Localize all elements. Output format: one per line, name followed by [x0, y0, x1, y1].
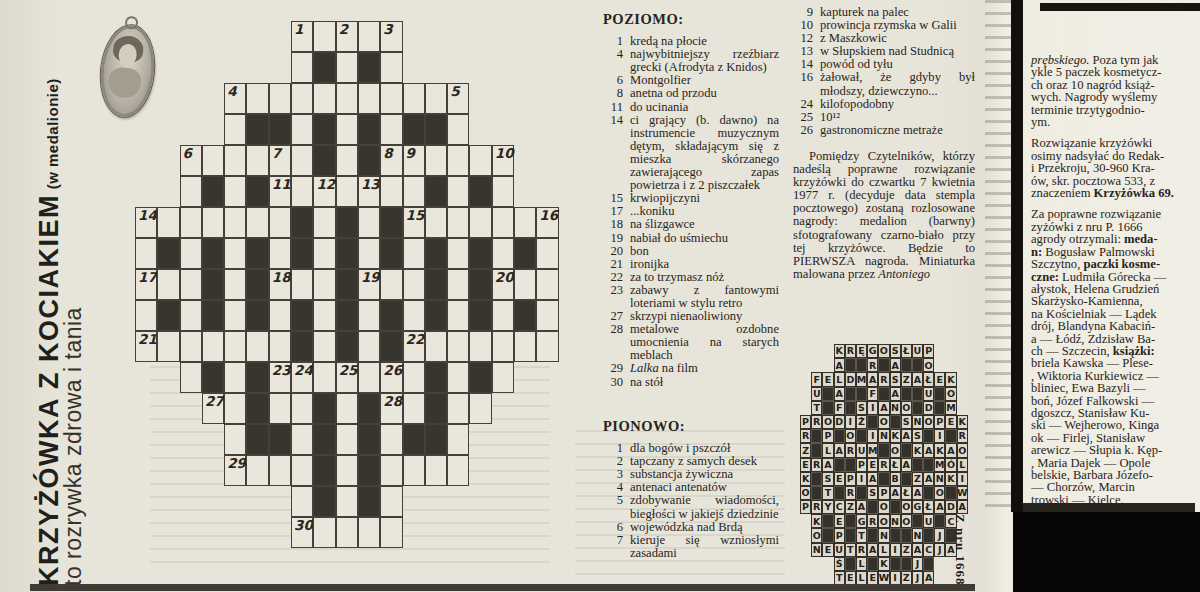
- clue-item-text: w Słupskiem nad Studnicą: [820, 44, 954, 58]
- grid-cell[interactable]: [403, 176, 425, 207]
- solution-caption: Z nru 1668: [952, 514, 968, 585]
- solution-letter-cell: T: [856, 528, 867, 542]
- grid-cell[interactable]: 25: [336, 362, 358, 393]
- solution-letter-cell: T: [822, 486, 833, 500]
- grid-cell[interactable]: [269, 207, 291, 238]
- grid-cell[interactable]: [358, 517, 380, 548]
- grid-cell[interactable]: [291, 393, 313, 424]
- grid-cell[interactable]: [536, 269, 558, 300]
- solution-letter-cell: K: [811, 514, 822, 528]
- clue-item-text: kilofopodobny: [820, 97, 894, 111]
- clue-item-text: bon: [630, 244, 649, 258]
- grid-void: [157, 424, 179, 455]
- grid-cell[interactable]: 9: [403, 145, 425, 176]
- grid-cell[interactable]: 11: [269, 176, 291, 207]
- grid-cell[interactable]: [403, 300, 425, 331]
- grid-cell[interactable]: 27: [202, 393, 224, 424]
- grid-cell[interactable]: [224, 424, 246, 455]
- grid-cell[interactable]: 17: [135, 269, 157, 300]
- grid-cell[interactable]: [514, 269, 536, 300]
- winners-text-line: terminie trzytygodnio-: [1031, 104, 1195, 116]
- grid-cell[interactable]: [336, 517, 358, 548]
- grid-cell[interactable]: 21: [135, 331, 157, 362]
- grid-cell[interactable]: 6: [180, 145, 202, 176]
- clue-number: 18: [272, 270, 291, 285]
- grid-cell[interactable]: [447, 331, 469, 362]
- grid-void: [447, 486, 469, 517]
- grid-cell[interactable]: [224, 238, 246, 269]
- grid-cell[interactable]: [336, 486, 358, 517]
- solution-letter-cell: D: [834, 415, 845, 429]
- grid-cell[interactable]: 19: [358, 269, 380, 300]
- grid-cell[interactable]: [447, 145, 469, 176]
- grid-cell[interactable]: 15: [403, 207, 425, 238]
- down-clue-list: 1dla bogów i pszczół2tapczany z samych d…: [603, 442, 779, 560]
- grid-cell[interactable]: [358, 207, 380, 238]
- grid-cell[interactable]: [291, 424, 313, 455]
- grid-cell[interactable]: [336, 424, 358, 455]
- grid-cell[interactable]: [291, 269, 313, 300]
- solution-block-cell: [890, 415, 901, 429]
- solution-letter-cell: A: [890, 486, 901, 500]
- grid-cell[interactable]: [380, 517, 402, 548]
- solution-block-cell: [878, 387, 889, 401]
- grid-cell[interactable]: [313, 269, 335, 300]
- grid-cell[interactable]: [425, 455, 447, 486]
- grid-void: [135, 362, 157, 393]
- grid-cell[interactable]: [492, 207, 514, 238]
- grid-cell[interactable]: [536, 300, 558, 331]
- clue-item-text: dla bogów i pszczół: [630, 441, 730, 455]
- grid-cell[interactable]: 16: [536, 207, 558, 238]
- grid-void: [469, 455, 491, 486]
- grid-cell[interactable]: [492, 331, 514, 362]
- grid-cell[interactable]: 28: [380, 393, 402, 424]
- block-cell: [514, 300, 536, 331]
- grid-cell[interactable]: [447, 300, 469, 331]
- grid-cell[interactable]: [313, 207, 335, 238]
- grid-cell[interactable]: [425, 207, 447, 238]
- solution-letter-cell: R: [856, 543, 867, 557]
- solution-letter-cell: D: [923, 401, 934, 415]
- block-cell: [469, 300, 491, 331]
- grid-cell[interactable]: 1: [291, 21, 313, 52]
- grid-void: [800, 401, 811, 415]
- grid-cell[interactable]: [336, 145, 358, 176]
- grid-void: [157, 455, 179, 486]
- grid-void: [469, 21, 491, 52]
- grid-cell[interactable]: [514, 207, 536, 238]
- grid-cell[interactable]: [291, 52, 313, 83]
- clue-item: 5zdobywanie wiadomości, biegłości w jaki…: [603, 494, 779, 520]
- grid-cell[interactable]: [469, 393, 491, 424]
- clue-number: 21: [138, 332, 157, 347]
- grid-cell[interactable]: [403, 238, 425, 269]
- solution-letter-cell: D: [845, 372, 856, 386]
- grid-cell[interactable]: [336, 455, 358, 486]
- grid-cell[interactable]: [246, 331, 268, 362]
- grid-cell[interactable]: [447, 269, 469, 300]
- grid-cell[interactable]: [246, 455, 268, 486]
- grid-cell[interactable]: 13: [358, 176, 380, 207]
- grid-cell[interactable]: 22: [403, 331, 425, 362]
- solution-letter-cell: A: [834, 387, 845, 401]
- grid-cell[interactable]: [246, 145, 268, 176]
- block-cell: [313, 393, 335, 424]
- grid-cell[interactable]: [336, 393, 358, 424]
- solution-letter-cell: Z: [845, 500, 856, 514]
- solution-letter-cell: A: [822, 458, 833, 472]
- clue-item-number: 30: [603, 376, 623, 389]
- block-cell: [469, 362, 491, 393]
- grid-void: [514, 21, 536, 52]
- grid-void: [811, 358, 822, 372]
- solution-letter-cell: R: [811, 415, 822, 429]
- black-corner-block: [1013, 512, 1200, 592]
- solution-letter-cell: Z: [901, 372, 912, 386]
- block-cell: [246, 300, 268, 331]
- clue-number: 27: [205, 394, 224, 409]
- grid-cell[interactable]: [224, 176, 246, 207]
- grid-cell[interactable]: [469, 145, 491, 176]
- grid-cell[interactable]: [291, 114, 313, 145]
- grid-cell[interactable]: [358, 331, 380, 362]
- grid-cell[interactable]: [157, 269, 179, 300]
- block-cell: [246, 269, 268, 300]
- grid-cell[interactable]: [313, 300, 335, 331]
- winners-column: prębskiego. Poza tym jakykle 5 paczek ko…: [1031, 54, 1195, 506]
- cut-column-sliver: [985, 0, 1011, 510]
- grid-void: [180, 486, 202, 517]
- grid-cell[interactable]: [403, 393, 425, 424]
- grid-cell[interactable]: [313, 21, 335, 52]
- grid-void: [202, 424, 224, 455]
- solution-letter-cell: S: [867, 486, 878, 500]
- grid-cell[interactable]: [403, 269, 425, 300]
- solution-letter-cell: P: [856, 458, 867, 472]
- block-cell: [469, 176, 491, 207]
- grid-cell[interactable]: [536, 331, 558, 362]
- grid-cell[interactable]: [336, 114, 358, 145]
- clue-number: 14: [138, 208, 157, 223]
- solution-letter-cell: L: [856, 557, 867, 571]
- grid-cell[interactable]: [380, 455, 402, 486]
- grid-cell[interactable]: 8: [380, 145, 402, 176]
- grid-cell[interactable]: 3: [380, 21, 402, 52]
- grid-void: [514, 424, 536, 455]
- grid-cell[interactable]: [246, 207, 268, 238]
- grid-cell[interactable]: [224, 145, 246, 176]
- grid-void: [492, 486, 514, 517]
- grid-cell[interactable]: [157, 331, 179, 362]
- grid-void: [157, 393, 179, 424]
- grid-cell[interactable]: [447, 455, 469, 486]
- solution-letter-cell: O: [945, 387, 956, 401]
- solution-letter-cell: I: [890, 543, 901, 557]
- grid-void: [157, 21, 179, 52]
- block-cell: [202, 269, 224, 300]
- solution-letter-cell: K: [945, 372, 956, 386]
- grid-cell[interactable]: [313, 331, 335, 362]
- solution-block-cell: [923, 486, 934, 500]
- grid-cell[interactable]: [269, 455, 291, 486]
- solution-block-cell: [912, 358, 923, 372]
- solution-letter-cell: K: [957, 415, 968, 429]
- solution-letter-cell: K: [878, 557, 889, 571]
- grid-cell[interactable]: [447, 238, 469, 269]
- grid-cell[interactable]: [313, 362, 335, 393]
- grid-void: [202, 83, 224, 114]
- grid-cell[interactable]: 24: [291, 362, 313, 393]
- grid-cell[interactable]: 12: [313, 176, 335, 207]
- grid-void: [269, 21, 291, 52]
- solution-letter-cell: A: [912, 372, 923, 386]
- grid-cell[interactable]: [291, 455, 313, 486]
- grid-void: [536, 176, 558, 207]
- block-cell: [291, 207, 313, 238]
- grid-cell[interactable]: 23: [269, 362, 291, 393]
- grid-void: [224, 21, 246, 52]
- grid-void: [224, 517, 246, 548]
- grid-cell[interactable]: [380, 424, 402, 455]
- grid-cell[interactable]: [380, 52, 402, 83]
- grid-cell[interactable]: 2: [336, 21, 358, 52]
- grid-cell[interactable]: [358, 238, 380, 269]
- clue-item-number: 23: [603, 284, 623, 297]
- grid-cell[interactable]: [380, 114, 402, 145]
- solution-block-cell: [822, 401, 833, 415]
- block-cell: [313, 114, 335, 145]
- grid-cell[interactable]: [291, 145, 313, 176]
- grid-void: [202, 486, 224, 517]
- solution-letter-cell: A: [901, 458, 912, 472]
- grid-cell[interactable]: [224, 362, 246, 393]
- grid-void: [269, 486, 291, 517]
- grid-cell[interactable]: [180, 269, 202, 300]
- grid-cell[interactable]: [224, 114, 246, 145]
- grid-cell[interactable]: [403, 83, 425, 114]
- solution-letter-cell: W: [957, 486, 968, 500]
- grid-cell[interactable]: [224, 207, 246, 238]
- block-cell: [336, 238, 358, 269]
- grid-void: [514, 393, 536, 424]
- solution-letter-cell: M: [856, 372, 867, 386]
- grid-cell[interactable]: [425, 145, 447, 176]
- grid-cell[interactable]: [514, 331, 536, 362]
- grid-cell[interactable]: [269, 331, 291, 362]
- grid-cell[interactable]: [403, 362, 425, 393]
- grid-cell[interactable]: [469, 207, 491, 238]
- solution-letter-cell: K: [945, 472, 956, 486]
- grid-void: [157, 145, 179, 176]
- grid-cell[interactable]: [492, 238, 514, 269]
- grid-cell[interactable]: [492, 300, 514, 331]
- solution-grid-1668: KRĘGOSŁUPARAOFELDMARSZAŁEKUAFAUOTFSIANOD…: [800, 344, 968, 585]
- grid-cell[interactable]: 18: [269, 269, 291, 300]
- solution-block-cell: [867, 415, 878, 429]
- grid-cell[interactable]: [246, 83, 268, 114]
- grid-cell[interactable]: [336, 83, 358, 114]
- grid-cell[interactable]: [447, 176, 469, 207]
- grid-cell[interactable]: [380, 486, 402, 517]
- grid-void: [492, 52, 514, 83]
- grid-cell[interactable]: [380, 269, 402, 300]
- grid-cell[interactable]: [536, 238, 558, 269]
- grid-void: [135, 393, 157, 424]
- grid-void: [135, 21, 157, 52]
- solution-block-cell: [890, 557, 901, 571]
- grid-cell[interactable]: [180, 207, 202, 238]
- grid-cell[interactable]: [135, 238, 157, 269]
- solution-block-cell: [901, 443, 912, 457]
- solution-letter-cell: I: [856, 472, 867, 486]
- solution-block-cell: [923, 458, 934, 472]
- grid-cell[interactable]: [224, 331, 246, 362]
- down-header: PIONOWO:: [603, 420, 779, 433]
- grid-cell[interactable]: [447, 424, 469, 455]
- clue-item-number: 25: [793, 111, 813, 124]
- grid-cell[interactable]: [492, 176, 514, 207]
- grid-cell[interactable]: 10: [492, 145, 514, 176]
- grid-cell[interactable]: [291, 83, 313, 114]
- solution-block-cell: [845, 358, 856, 372]
- grid-cell[interactable]: [224, 300, 246, 331]
- grid-cell[interactable]: [380, 83, 402, 114]
- clue-item-text: substancja żywiczna: [630, 467, 733, 481]
- grid-cell[interactable]: [291, 486, 313, 517]
- block-cell: [425, 393, 447, 424]
- solution-letter-cell: K: [834, 344, 845, 358]
- grid-cell[interactable]: 4: [224, 83, 246, 114]
- clue-number: 23: [272, 363, 291, 378]
- grid-cell[interactable]: [425, 331, 447, 362]
- grid-cell[interactable]: [358, 83, 380, 114]
- grid-void: [425, 52, 447, 83]
- block-cell: [313, 52, 335, 83]
- grid-void: [425, 21, 447, 52]
- grid-cell[interactable]: 29: [224, 455, 246, 486]
- solution-block-cell: [834, 486, 845, 500]
- grid-cell[interactable]: [269, 238, 291, 269]
- block-cell: [380, 300, 402, 331]
- solution-block-cell: [934, 401, 945, 415]
- grid-cell[interactable]: [157, 207, 179, 238]
- grid-cell[interactable]: [180, 300, 202, 331]
- grid-void: [224, 486, 246, 517]
- block-cell: [358, 455, 380, 486]
- solution-letter-cell: O: [934, 486, 945, 500]
- grid-void: [135, 145, 157, 176]
- clue-item-text: powód od tyłu: [820, 57, 893, 71]
- solution-letter-cell: E: [945, 415, 956, 429]
- grid-cell[interactable]: 26: [380, 362, 402, 393]
- grid-cell[interactable]: [336, 176, 358, 207]
- grid-cell[interactable]: [180, 331, 202, 362]
- block-cell: [269, 424, 291, 455]
- down-clue-list-continued: 9kapturek na palec10prowincja rzymska w …: [793, 6, 975, 137]
- grid-cell[interactable]: [447, 362, 469, 393]
- grid-void: [403, 21, 425, 52]
- grid-void: [536, 393, 558, 424]
- solution-letter-cell: U: [856, 443, 867, 457]
- grid-cell[interactable]: 5: [447, 83, 469, 114]
- solution-block-cell: [934, 514, 945, 528]
- grid-cell[interactable]: [202, 207, 224, 238]
- solution-letter-cell: J: [934, 528, 945, 542]
- grid-cell[interactable]: [447, 393, 469, 424]
- solution-block-cell: [934, 387, 945, 401]
- grid-cell[interactable]: [202, 331, 224, 362]
- top-rule-bar: [1040, 3, 1200, 11]
- grid-cell[interactable]: [358, 21, 380, 52]
- solution-letter-cell: I: [867, 401, 878, 415]
- grid-cell[interactable]: 30: [291, 517, 313, 548]
- grid-cell[interactable]: [336, 52, 358, 83]
- grid-cell[interactable]: [403, 455, 425, 486]
- grid-cell[interactable]: [313, 83, 335, 114]
- grid-cell[interactable]: [291, 176, 313, 207]
- solution-letter-cell: P: [934, 415, 945, 429]
- grid-cell[interactable]: [202, 145, 224, 176]
- clue-number: 12: [316, 177, 335, 192]
- solution-letter-cell: I: [957, 472, 968, 486]
- solution-letter-cell: R: [845, 344, 856, 358]
- solution-letter-cell: N: [890, 401, 901, 415]
- solution-letter-cell: G: [912, 500, 923, 514]
- grid-cell[interactable]: [313, 517, 335, 548]
- grid-void: [202, 517, 224, 548]
- grid-cell[interactable]: 7: [269, 145, 291, 176]
- solution-letter-cell: K: [890, 429, 901, 443]
- clue-number: 16: [539, 208, 558, 223]
- grid-cell[interactable]: [469, 331, 491, 362]
- solution-block-cell: [867, 528, 878, 542]
- block-cell: [358, 393, 380, 424]
- solution-letter-cell: R: [800, 429, 811, 443]
- clue-item-number: 16: [793, 71, 813, 84]
- grid-cell[interactable]: [313, 238, 335, 269]
- page-bottom-rule: [30, 584, 975, 591]
- grid-cell[interactable]: [180, 362, 202, 393]
- grid-cell[interactable]: [269, 300, 291, 331]
- solution-letter-cell: T: [811, 401, 822, 415]
- grid-cell[interactable]: 14: [135, 207, 157, 238]
- grid-cell[interactable]: [269, 83, 291, 114]
- clue-item-text: metalowe ozdobne umocnienia na starych m…: [630, 322, 779, 362]
- grid-cell[interactable]: [380, 176, 402, 207]
- grid-cell[interactable]: [447, 114, 469, 145]
- grid-cell[interactable]: [180, 238, 202, 269]
- grid-cell[interactable]: [447, 207, 469, 238]
- clue-item-text: Lalka na film: [630, 361, 698, 375]
- solution-block-cell: [822, 514, 833, 528]
- solution-letter-cell: A: [957, 500, 968, 514]
- grid-void: [157, 176, 179, 207]
- solution-letter-cell: R: [957, 429, 968, 443]
- grid-cell[interactable]: [180, 176, 202, 207]
- grid-cell[interactable]: [269, 393, 291, 424]
- solution-letter-cell: Ś: [834, 557, 845, 571]
- grid-cell[interactable]: [358, 362, 380, 393]
- grid-cell[interactable]: [492, 362, 514, 393]
- clue-number: 13: [361, 177, 380, 192]
- grid-cell[interactable]: 20: [492, 269, 514, 300]
- grid-cell[interactable]: [224, 393, 246, 424]
- grid-cell[interactable]: [135, 300, 157, 331]
- grid-cell[interactable]: [358, 300, 380, 331]
- grid-cell[interactable]: [425, 83, 447, 114]
- grid-cell[interactable]: [224, 269, 246, 300]
